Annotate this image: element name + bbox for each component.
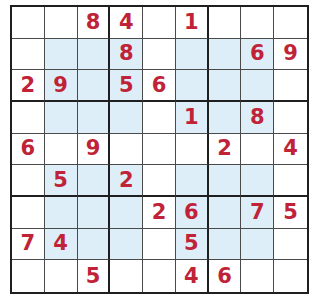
cell-r2c1-empty[interactable] <box>12 39 45 71</box>
cell-r2c4-given[interactable]: 8 <box>110 39 143 71</box>
cell-r3c3-empty[interactable] <box>78 70 111 102</box>
cell-r6c3-empty[interactable] <box>78 165 111 197</box>
cell-r2c3-empty[interactable] <box>78 39 111 71</box>
cell-r3c5-given[interactable]: 6 <box>143 70 176 102</box>
cell-r2c2-empty[interactable] <box>45 39 78 71</box>
cell-r5c5-empty[interactable] <box>143 134 176 166</box>
cell-r6c6-empty[interactable] <box>176 165 209 197</box>
cell-r9c7-given[interactable]: 6 <box>209 260 242 292</box>
cell-r2c9-given[interactable]: 9 <box>274 39 307 71</box>
cell-r9c1-empty[interactable] <box>12 260 45 292</box>
cell-r8c1-given[interactable]: 7 <box>12 229 45 261</box>
sudoku-board: 8418692956186924522675745546 <box>10 5 309 294</box>
cell-r5c9-given[interactable]: 4 <box>274 134 307 166</box>
cell-r4c3-empty[interactable] <box>78 102 111 134</box>
cell-r5c7-given[interactable]: 2 <box>209 134 242 166</box>
cell-r8c2-given[interactable]: 4 <box>45 229 78 261</box>
cell-r4c5-empty[interactable] <box>143 102 176 134</box>
cell-r6c5-empty[interactable] <box>143 165 176 197</box>
cell-r2c5-empty[interactable] <box>143 39 176 71</box>
cell-r5c2-empty[interactable] <box>45 134 78 166</box>
cell-r8c4-empty[interactable] <box>110 229 143 261</box>
cell-r9c2-empty[interactable] <box>45 260 78 292</box>
cell-r7c4-empty[interactable] <box>110 197 143 229</box>
cell-r4c2-empty[interactable] <box>45 102 78 134</box>
cell-r9c3-given[interactable]: 5 <box>78 260 111 292</box>
cell-r5c3-given[interactable]: 9 <box>78 134 111 166</box>
cell-r8c3-empty[interactable] <box>78 229 111 261</box>
cell-r6c4-given[interactable]: 2 <box>110 165 143 197</box>
cell-r2c8-given[interactable]: 6 <box>241 39 274 71</box>
cell-r6c2-given[interactable]: 5 <box>45 165 78 197</box>
cell-r7c3-empty[interactable] <box>78 197 111 229</box>
cell-r1c2-empty[interactable] <box>45 7 78 39</box>
cell-r8c9-empty[interactable] <box>274 229 307 261</box>
cell-r6c8-empty[interactable] <box>241 165 274 197</box>
cell-r8c7-empty[interactable] <box>209 229 242 261</box>
cell-r1c8-empty[interactable] <box>241 7 274 39</box>
cell-r7c5-given[interactable]: 2 <box>143 197 176 229</box>
cell-r3c2-given[interactable]: 9 <box>45 70 78 102</box>
cell-r7c9-given[interactable]: 5 <box>274 197 307 229</box>
cell-r7c7-empty[interactable] <box>209 197 242 229</box>
cell-r5c4-empty[interactable] <box>110 134 143 166</box>
cell-r9c9-empty[interactable] <box>274 260 307 292</box>
cell-r3c8-empty[interactable] <box>241 70 274 102</box>
cell-r1c6-given[interactable]: 1 <box>176 7 209 39</box>
cell-r4c8-given[interactable]: 8 <box>241 102 274 134</box>
cell-r5c8-empty[interactable] <box>241 134 274 166</box>
cell-r9c8-empty[interactable] <box>241 260 274 292</box>
cell-r8c5-empty[interactable] <box>143 229 176 261</box>
cell-r3c9-empty[interactable] <box>274 70 307 102</box>
cell-r5c6-empty[interactable] <box>176 134 209 166</box>
cell-r7c1-empty[interactable] <box>12 197 45 229</box>
cell-r2c6-empty[interactable] <box>176 39 209 71</box>
cell-r6c7-empty[interactable] <box>209 165 242 197</box>
cell-r2c7-empty[interactable] <box>209 39 242 71</box>
cell-r4c1-empty[interactable] <box>12 102 45 134</box>
cell-r3c6-empty[interactable] <box>176 70 209 102</box>
cell-r6c1-empty[interactable] <box>12 165 45 197</box>
cell-r3c1-given[interactable]: 2 <box>12 70 45 102</box>
cell-r1c5-empty[interactable] <box>143 7 176 39</box>
cell-r8c6-given[interactable]: 5 <box>176 229 209 261</box>
cell-r4c9-empty[interactable] <box>274 102 307 134</box>
cell-r1c7-empty[interactable] <box>209 7 242 39</box>
cell-r7c6-given[interactable]: 6 <box>176 197 209 229</box>
cell-r9c6-given[interactable]: 4 <box>176 260 209 292</box>
cell-r9c4-empty[interactable] <box>110 260 143 292</box>
cell-r4c6-given[interactable]: 1 <box>176 102 209 134</box>
cell-r3c4-given[interactable]: 5 <box>110 70 143 102</box>
cell-r7c8-given[interactable]: 7 <box>241 197 274 229</box>
cell-r3c7-empty[interactable] <box>209 70 242 102</box>
cell-r9c5-empty[interactable] <box>143 260 176 292</box>
cell-r4c4-empty[interactable] <box>110 102 143 134</box>
cell-r4c7-empty[interactable] <box>209 102 242 134</box>
cell-r1c9-empty[interactable] <box>274 7 307 39</box>
cell-r1c3-given[interactable]: 8 <box>78 7 111 39</box>
cell-r8c8-empty[interactable] <box>241 229 274 261</box>
cell-r1c1-empty[interactable] <box>12 7 45 39</box>
cell-r1c4-given[interactable]: 4 <box>110 7 143 39</box>
cell-r7c2-empty[interactable] <box>45 197 78 229</box>
cell-r6c9-empty[interactable] <box>274 165 307 197</box>
cell-r5c1-given[interactable]: 6 <box>12 134 45 166</box>
